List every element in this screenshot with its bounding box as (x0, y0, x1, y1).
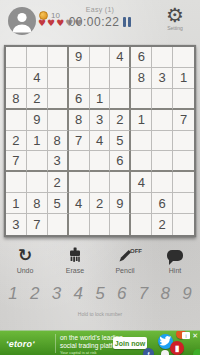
erase-button[interactable]: Erase (50, 246, 100, 274)
ad-banner[interactable]: ‘etoro‘ on the world's leading social tr… (0, 330, 200, 355)
pause-button[interactable] (123, 17, 131, 27)
sudoku-cell-r5c8[interactable] (152, 131, 173, 152)
numpad-digit-6[interactable]: 6 (117, 284, 126, 304)
sudoku-cell-r7c7[interactable]: 4 (131, 172, 152, 193)
sudoku-cell-r5c1[interactable]: 2 (6, 131, 27, 152)
sudoku-cell-r4c5[interactable]: 3 (90, 110, 111, 131)
sudoku-cell-r7c5[interactable] (90, 172, 111, 193)
sudoku-cell-r2c8[interactable]: 3 (152, 68, 173, 89)
sudoku-cell-r6c1[interactable]: 7 (6, 151, 27, 172)
sudoku-cell-r9c7[interactable] (131, 214, 152, 235)
header-bar: 10 ♥♥♥♥♥ Easy (1) 00:00:22 ⚙ Setting (0, 0, 200, 43)
sudoku-board: 94648318261983217218745736241854296372 (4, 45, 196, 237)
sudoku-cell-r8c4[interactable]: 4 (69, 193, 90, 214)
numpad-digit-1[interactable]: 1 (8, 284, 17, 304)
hint-bubble-icon (167, 250, 183, 261)
sudoku-cell-r4c7[interactable]: 1 (131, 110, 152, 131)
brush-icon (67, 247, 83, 263)
sudoku-cell-r7c1[interactable] (6, 172, 27, 193)
sudoku-cell-r2c7[interactable]: 8 (131, 68, 152, 89)
sudoku-cell-r4c6[interactable]: 2 (110, 110, 131, 131)
sudoku-cell-r3c5[interactable]: 1 (90, 89, 111, 110)
sudoku-cell-r4c9[interactable]: 7 (173, 110, 194, 131)
sudoku-cell-r5c4[interactable]: 7 (69, 131, 90, 152)
sudoku-cell-r4c3[interactable] (48, 110, 69, 131)
sudoku-cell-r9c2[interactable]: 7 (27, 214, 48, 235)
erase-label: Erase (50, 267, 100, 274)
sudoku-cell-r6c5[interactable] (90, 151, 111, 172)
sudoku-cell-r1c3[interactable] (48, 47, 69, 68)
sudoku-cell-r3c6[interactable] (110, 89, 131, 110)
adchoices-info-icon[interactable]: i (182, 332, 190, 339)
sudoku-cell-r8c2[interactable]: 8 (27, 193, 48, 214)
numpad-digit-9[interactable]: 9 (182, 284, 191, 304)
sudoku-cell-r3c7[interactable] (131, 89, 152, 110)
sudoku-cell-r2c4[interactable] (69, 68, 90, 89)
sudoku-cell-r7c3[interactable]: 2 (48, 172, 69, 193)
sudoku-cell-r9c8[interactable]: 2 (152, 214, 173, 235)
sudoku-cell-r6c3[interactable]: 3 (48, 151, 69, 172)
settings-label: Setting (160, 25, 190, 31)
number-pad: 123456789 (2, 284, 198, 304)
sudoku-cell-r1c2[interactable] (27, 47, 48, 68)
toolbar: ↻ Undo Erase OFF (0, 246, 200, 274)
sudoku-cell-r8c7[interactable] (131, 193, 152, 214)
numpad-digit-7[interactable]: 7 (139, 284, 148, 304)
sudoku-cell-r5c2[interactable]: 1 (27, 131, 48, 152)
gear-icon: ⚙ (166, 3, 184, 27)
sudoku-cell-r4c8[interactable] (152, 110, 173, 131)
sudoku-cell-r8c5[interactable]: 2 (90, 193, 111, 214)
pencil-button[interactable]: OFF Pencil (100, 246, 150, 274)
sudoku-cell-r2c1[interactable] (6, 68, 27, 89)
sudoku-cell-r8c6[interactable]: 9 (110, 193, 131, 214)
numpad-digit-5[interactable]: 5 (95, 284, 104, 304)
sudoku-cell-r4c4[interactable]: 8 (69, 110, 90, 131)
sudoku-cell-r1c8[interactable] (152, 47, 173, 68)
undo-button[interactable]: ↻ Undo (0, 246, 50, 274)
sudoku-cell-r9c3[interactable] (48, 214, 69, 235)
facebook-icon[interactable]: f (143, 348, 154, 355)
sudoku-cell-r7c9[interactable] (173, 172, 194, 193)
red-social-icon[interactable]: ▮ (170, 341, 184, 355)
numpad-digit-4[interactable]: 4 (73, 284, 82, 304)
sudoku-cell-r6c9[interactable] (173, 151, 194, 172)
undo-label: Undo (0, 267, 50, 274)
sudoku-cell-r7c8[interactable] (152, 172, 173, 193)
sudoku-cell-r2c6[interactable] (110, 68, 131, 89)
pause-icon (123, 17, 126, 27)
settings-button[interactable]: ⚙ Setting (160, 3, 190, 31)
sudoku-cell-r6c2[interactable] (27, 151, 48, 172)
pencil-label: Pencil (100, 267, 150, 274)
sudoku-cell-r8c3[interactable]: 5 (48, 193, 69, 214)
sudoku-cell-r7c6[interactable] (110, 172, 131, 193)
numpad-digit-8[interactable]: 8 (161, 284, 170, 304)
ad-close-icon[interactable]: ✕ (192, 332, 198, 339)
sudoku-cell-r9c4[interactable] (69, 214, 90, 235)
sudoku-cell-r3c4[interactable]: 6 (69, 89, 90, 110)
sudoku-cell-r3c9[interactable] (173, 89, 194, 110)
hold-to-lock-hint: Hold to lock number (0, 311, 200, 317)
sudoku-cell-r3c2[interactable]: 2 (27, 89, 48, 110)
sudoku-cell-r2c2[interactable]: 4 (27, 68, 48, 89)
sudoku-cell-r2c5[interactable] (90, 68, 111, 89)
sudoku-cell-r8c8[interactable]: 6 (152, 193, 173, 214)
sudoku-cell-r5c9[interactable] (173, 131, 194, 152)
numpad-digit-3[interactable]: 3 (52, 284, 61, 304)
sudoku-cell-r1c9[interactable] (173, 47, 194, 68)
sudoku-app: 10 ♥♥♥♥♥ Easy (1) 00:00:22 ⚙ Setting 946… (0, 0, 200, 355)
sudoku-cell-r1c5[interactable] (90, 47, 111, 68)
sudoku-cell-r9c5[interactable] (90, 214, 111, 235)
sudoku-cell-r9c1[interactable]: 3 (6, 214, 27, 235)
sudoku-cell-r1c7[interactable]: 6 (131, 47, 152, 68)
sudoku-cell-r3c8[interactable] (152, 89, 173, 110)
sudoku-cell-r6c4[interactable] (69, 151, 90, 172)
sudoku-cell-r8c9[interactable] (173, 193, 194, 214)
white-social-icon[interactable] (161, 350, 169, 355)
sudoku-cell-r6c6[interactable]: 6 (110, 151, 131, 172)
sudoku-cell-r9c6[interactable] (110, 214, 131, 235)
undo-icon: ↻ (18, 247, 32, 264)
sudoku-cell-r2c3[interactable] (48, 68, 69, 89)
pause-icon (128, 17, 131, 27)
sudoku-cell-r5c7[interactable] (131, 131, 152, 152)
sudoku-cell-r3c1[interactable]: 8 (6, 89, 27, 110)
sudoku-cell-r1c1[interactable] (6, 47, 27, 68)
sudoku-cell-r4c1[interactable] (6, 110, 27, 131)
sudoku-cell-r2c9[interactable]: 1 (173, 68, 194, 89)
sudoku-cell-r6c7[interactable] (131, 151, 152, 172)
timer: 00:00:22 (69, 15, 120, 29)
sudoku-cell-r3c3[interactable] (48, 89, 69, 110)
sudoku-cell-r1c4[interactable]: 9 (69, 47, 90, 68)
adchoices: i ✕ (182, 332, 198, 339)
sudoku-cell-r5c6[interactable]: 5 (110, 131, 131, 152)
green-social-icon[interactable] (193, 349, 200, 355)
numpad-digit-2[interactable]: 2 (30, 284, 39, 304)
sudoku-cell-r9c9[interactable] (173, 214, 194, 235)
sudoku-cell-r5c3[interactable]: 8 (48, 131, 69, 152)
sudoku-cell-r1c6[interactable]: 4 (110, 47, 131, 68)
sudoku-cell-r8c1[interactable]: 1 (6, 193, 27, 214)
ad-divider (55, 334, 56, 353)
sudoku-cell-r7c4[interactable] (69, 172, 90, 193)
ad-disclaimer: Your capital is at risk (60, 350, 97, 355)
sudoku-cell-r6c8[interactable] (152, 151, 173, 172)
sudoku-cell-r5c5[interactable]: 4 (90, 131, 111, 152)
pencil-state-badge: OFF (130, 248, 142, 254)
sudoku-cell-r4c2[interactable]: 9 (27, 110, 48, 131)
sudoku-cell-r7c2[interactable] (27, 172, 48, 193)
ad-brand-logo: ‘etoro‘ (6, 339, 35, 349)
hint-button[interactable]: Hint (150, 246, 200, 274)
hint-label: Hint (150, 267, 200, 274)
